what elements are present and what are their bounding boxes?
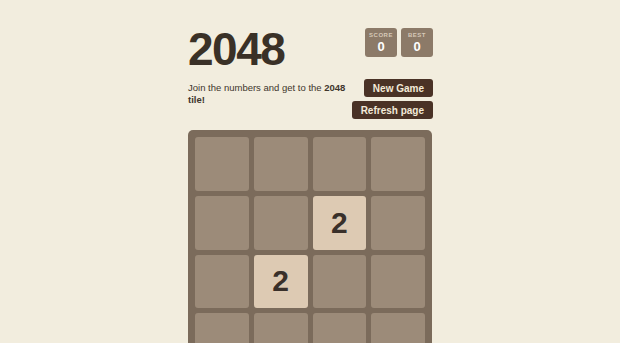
board-cell [313, 313, 367, 343]
board-cell [371, 137, 425, 191]
score-box: SCORE 0 [365, 28, 397, 57]
board-cell [195, 313, 249, 343]
game-board: 22 [188, 130, 432, 343]
score-value: 0 [377, 39, 384, 54]
refresh-page-button[interactable]: Refresh page [352, 101, 433, 119]
game-subtitle: Join the numbers and get to the 2048 til… [188, 82, 360, 106]
tile-2: 2 [313, 196, 367, 250]
scoreboard: SCORE 0 BEST 0 [365, 28, 433, 57]
subtitle-text: Join the numbers and get to the [188, 82, 324, 93]
page: 2048 SCORE 0 BEST 0 Join the numbers and… [0, 0, 620, 343]
board-cell [254, 137, 308, 191]
board-cell [371, 255, 425, 309]
board-cell [195, 137, 249, 191]
new-game-button[interactable]: New Game [364, 79, 433, 97]
board-cell [313, 255, 367, 309]
tile-2: 2 [254, 255, 308, 309]
board-cell [254, 313, 308, 343]
board-cell [254, 196, 308, 250]
game-title: 2048 [188, 26, 284, 72]
board-cell [195, 196, 249, 250]
score-label: SCORE [369, 31, 393, 39]
board-cell [313, 137, 367, 191]
board-cell [371, 313, 425, 343]
app-container: 2048 SCORE 0 BEST 0 Join the numbers and… [188, 0, 433, 343]
best-label: BEST [408, 31, 426, 39]
best-value: 0 [413, 39, 420, 54]
board-cell [371, 196, 425, 250]
board-cell [195, 255, 249, 309]
best-box: BEST 0 [401, 28, 433, 57]
